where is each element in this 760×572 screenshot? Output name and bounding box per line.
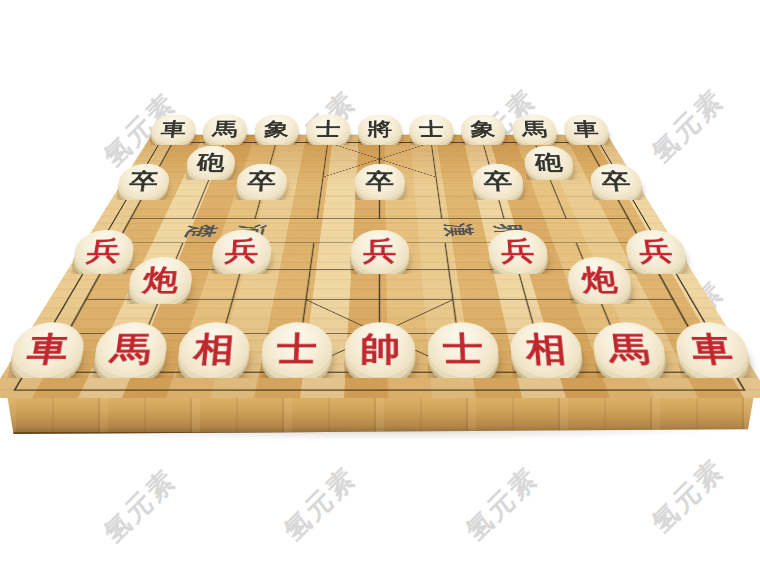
scene: 楚 河 漢 界 車馬象士將士象馬車砲砲卒卒卒卒卒兵兵兵兵兵炮炮車馬相士帥士相馬車 <box>0 0 760 398</box>
xiangqi-board: 楚 河 漢 界 車馬象士將士象馬車砲砲卒卒卒卒卒兵兵兵兵兵炮炮車馬相士帥士相馬車 <box>0 135 760 398</box>
piece-red-chariot[interactable]: 車 <box>672 322 752 378</box>
piece-black-advisor[interactable]: 士 <box>409 114 454 145</box>
piece-red-chariot[interactable]: 車 <box>7 322 87 378</box>
watermark: 氢元素 <box>645 450 731 543</box>
piece-black-advisor[interactable]: 士 <box>305 114 350 145</box>
piece-glyph: 士 <box>442 333 484 367</box>
piece-black-elephant[interactable]: 象 <box>253 114 299 145</box>
piece-glyph: 相 <box>192 333 235 367</box>
piece-glyph: 士 <box>276 333 318 367</box>
piece-glyph: 帥 <box>359 333 399 367</box>
piece-glyph: 兵 <box>500 238 535 264</box>
piece-red-elephant[interactable]: 相 <box>175 322 250 378</box>
piece-glyph: 車 <box>24 333 70 367</box>
piece-red-advisor[interactable]: 士 <box>259 322 332 378</box>
piece-black-cannon[interactable]: 砲 <box>523 146 574 180</box>
piece-glyph: 卒 <box>246 171 276 193</box>
piece-black-chariot[interactable]: 車 <box>149 114 197 145</box>
piece-glyph: 砲 <box>534 152 563 173</box>
piece-red-soldier[interactable]: 兵 <box>487 230 549 274</box>
watermark: 氢元素 <box>97 460 183 553</box>
piece-red-horse[interactable]: 馬 <box>590 322 668 378</box>
piece-black-cannon[interactable]: 砲 <box>185 146 236 180</box>
watermark: 氢元素 <box>277 458 363 551</box>
piece-red-soldier[interactable]: 兵 <box>71 230 136 274</box>
piece-black-horse[interactable]: 馬 <box>201 114 248 145</box>
piece-black-soldier[interactable]: 卒 <box>588 164 643 200</box>
piece-glyph: 兵 <box>224 238 259 264</box>
piece-glyph: 車 <box>160 120 187 138</box>
piece-glyph: 相 <box>524 333 567 367</box>
piece-glyph: 兵 <box>85 238 122 264</box>
piece-glyph: 兵 <box>363 238 397 264</box>
piece-glyph: 卒 <box>600 171 631 193</box>
piece-black-general[interactable]: 將 <box>357 114 401 145</box>
piece-glyph: 炮 <box>579 266 618 295</box>
piece-red-elephant[interactable]: 相 <box>508 322 583 378</box>
piece-black-soldier[interactable]: 卒 <box>116 164 171 200</box>
piece-glyph: 卒 <box>128 171 159 193</box>
piece-red-soldier[interactable]: 兵 <box>350 230 409 274</box>
piece-black-elephant[interactable]: 象 <box>460 114 506 145</box>
piece-glyph: 兵 <box>637 238 674 264</box>
piece-black-soldier[interactable]: 卒 <box>354 164 405 200</box>
piece-glyph: 馬 <box>606 333 651 367</box>
piece-glyph: 卒 <box>365 171 394 193</box>
piece-glyph: 車 <box>572 120 599 138</box>
piece-red-cannon[interactable]: 炮 <box>126 257 194 304</box>
piece-glyph: 車 <box>689 333 735 367</box>
piece-red-soldier[interactable]: 兵 <box>210 230 272 274</box>
piece-red-cannon[interactable]: 炮 <box>565 257 633 304</box>
piece-black-chariot[interactable]: 車 <box>562 114 610 145</box>
piece-red-advisor[interactable]: 士 <box>426 322 499 378</box>
piece-glyph: 象 <box>263 120 289 138</box>
piece-glyph: 士 <box>418 120 443 138</box>
watermark: 氢元素 <box>459 458 545 551</box>
piece-glyph: 砲 <box>196 152 225 173</box>
pieces-grid: 車馬象士將士象馬車砲砲卒卒卒卒卒兵兵兵兵兵炮炮車馬相士帥士相馬車 <box>0 135 760 394</box>
piece-black-soldier[interactable]: 卒 <box>471 164 524 200</box>
piece-glyph: 馬 <box>521 120 548 138</box>
piece-black-horse[interactable]: 馬 <box>511 114 558 145</box>
piece-red-general[interactable]: 帥 <box>344 322 416 378</box>
piece-red-soldier[interactable]: 兵 <box>623 230 688 274</box>
piece-glyph: 炮 <box>141 266 180 295</box>
piece-black-soldier[interactable]: 卒 <box>235 164 288 200</box>
piece-glyph: 將 <box>367 120 392 138</box>
piece-glyph: 馬 <box>211 120 238 138</box>
piece-glyph: 馬 <box>108 333 153 367</box>
piece-glyph: 士 <box>315 120 340 138</box>
piece-glyph: 象 <box>470 120 496 138</box>
board-front-edge <box>6 394 754 434</box>
piece-red-horse[interactable]: 馬 <box>91 322 169 378</box>
piece-glyph: 卒 <box>483 171 513 193</box>
